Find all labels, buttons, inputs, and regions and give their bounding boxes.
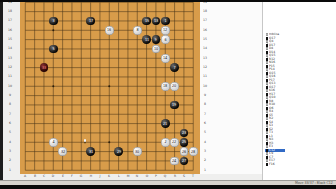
row-label-right: 3 (202, 150, 207, 153)
move-tree-panel[interactable]: mblicaQ17Q4D17D4D14Q15R12N16P15P14O15Q16… (262, 2, 336, 180)
col-label: J (97, 175, 102, 178)
row-label-right: 4 (202, 141, 207, 144)
row-label-right: 17 (202, 19, 207, 22)
black-stone-icon (266, 163, 269, 166)
star-point (52, 85, 54, 87)
stone-number: 20 (172, 85, 176, 88)
stone-number: 1 (164, 19, 166, 22)
row-label-left: 7 (7, 113, 12, 116)
stone-T3: 28 (189, 147, 198, 156)
stone-S4: 25 (180, 138, 189, 147)
stone-number: 32 (60, 150, 64, 153)
row-label-right: 5 (202, 131, 207, 134)
stone-number: 11 (144, 38, 148, 41)
stone-R4: 22 (170, 138, 179, 147)
row-label-left: 14 (7, 47, 12, 50)
stone-number: 8 (136, 29, 138, 32)
row-label-left: 2 (7, 159, 12, 162)
stone-D4: 4 (49, 138, 58, 147)
top-black-bar (0, 0, 336, 2)
row-label-left: 5 (7, 131, 12, 134)
stone-number: 5 (52, 47, 54, 50)
stone-number: 10 (154, 47, 158, 50)
col-label: H (88, 175, 93, 178)
star-point (52, 29, 54, 31)
stone-number: 3 (52, 19, 54, 22)
row-label-right: 15 (202, 38, 207, 41)
star-point (108, 141, 110, 143)
stone-L3: 29 (114, 147, 123, 156)
row-label-right: 1 (202, 169, 207, 172)
stone-number: 7 (173, 66, 175, 69)
stone-R2: 24 (170, 157, 179, 166)
stone-number: 25 (182, 141, 186, 144)
row-label-left: 16 (7, 29, 12, 32)
stone-number: 29 (116, 150, 120, 153)
row-label-right: 12 (202, 66, 207, 69)
row-label-right: 11 (202, 75, 207, 78)
stone-Q13: 14 (161, 54, 170, 63)
stone-number: 28 (191, 150, 195, 153)
stone-number: 26 (182, 150, 186, 153)
col-label: T (191, 175, 196, 178)
col-label: D (51, 175, 56, 178)
col-label: L (116, 175, 121, 178)
bottom-black-bar (0, 185, 336, 189)
stone-O15: 11 (142, 35, 151, 44)
stone-number: 13 (154, 19, 158, 22)
col-label: A (23, 175, 28, 178)
board-marker-dot (84, 139, 87, 142)
col-label: N (135, 175, 140, 178)
stone-number: 19 (172, 103, 176, 106)
col-label: G (79, 175, 84, 178)
stone-Q4: 2 (161, 138, 170, 147)
col-label: E (60, 175, 65, 178)
row-label-right: 8 (202, 103, 207, 106)
stone-R8: 19 (170, 101, 179, 110)
row-label-left: 18 (7, 10, 12, 13)
stone-D17: 3 (49, 17, 58, 26)
row-label-left: 8 (7, 103, 12, 106)
col-label: F (69, 175, 74, 178)
stone-Q6: 21 (161, 119, 170, 128)
row-label-right: 18 (202, 10, 207, 13)
row-label-left: 10 (7, 85, 12, 88)
stone-K16: 16 (105, 26, 114, 35)
stone-R10: 20 (170, 82, 179, 91)
col-label: P (153, 175, 158, 178)
move-row-content: F16 (265, 163, 284, 166)
col-label: B (32, 175, 37, 178)
col-label: S (181, 175, 186, 178)
stone-D14: 5 (49, 45, 58, 54)
stone-number: 24 (172, 159, 176, 162)
stone-Q10: 18 (161, 82, 170, 91)
row-label-right: 2 (202, 159, 207, 162)
stone-Q15: 6 (161, 35, 170, 44)
col-label: R (172, 175, 177, 178)
stone-number: 2 (164, 141, 166, 144)
row-label-left: 11 (7, 75, 12, 78)
col-label: C (41, 175, 46, 178)
window-left-edge (0, 2, 3, 180)
row-label-right: 10 (202, 85, 207, 88)
row-label-left: 13 (7, 57, 12, 60)
row-label-left: 4 (7, 141, 12, 144)
stone-number: 4 (52, 141, 54, 144)
stone-number: 12 (163, 29, 167, 32)
stone-number: 16 (107, 29, 111, 32)
stone-E3: 32 (58, 147, 67, 156)
row-label-left: 6 (7, 122, 12, 125)
row-label-left: 17 (7, 19, 12, 22)
stone-R12: 7 (170, 63, 179, 72)
move-row-label: F16 (269, 163, 275, 166)
row-label-right: 7 (202, 113, 207, 116)
stone-number: 14 (163, 57, 167, 60)
star-point (108, 85, 110, 87)
stone-number: 17 (88, 19, 92, 22)
row-label-right: 14 (202, 47, 207, 50)
col-label: M (125, 175, 130, 178)
stone-number: 30 (135, 150, 139, 153)
row-label-right: 13 (202, 57, 207, 60)
stone-number: 9 (155, 38, 157, 41)
stone-number: 6 (164, 38, 166, 41)
stone-number: 23 (182, 131, 186, 134)
stone-Q17: 1 (161, 17, 170, 26)
col-label: Q (163, 175, 168, 178)
right-coord-gutter (200, 2, 262, 180)
row-label-left: 15 (7, 38, 12, 41)
stone-N3: 30 (133, 147, 142, 156)
row-label-right: 9 (202, 94, 207, 97)
stone-number: 27 (182, 159, 186, 162)
stone-number: 31 (88, 150, 92, 153)
stone-number: 15 (144, 19, 148, 22)
move-row-37[interactable]: F16 (265, 163, 284, 167)
stone-number: 33 (42, 66, 46, 69)
row-label-left: 12 (7, 66, 12, 69)
row-label-right: 16 (202, 29, 207, 32)
app-window: 1919181817171616151514141313121211111010… (0, 0, 336, 189)
stone-Q16: 12 (161, 26, 170, 35)
row-label-left: 3 (7, 150, 12, 153)
row-label-left: 1 (7, 169, 12, 172)
stone-N16: 8 (133, 26, 142, 35)
row-label-left: 9 (7, 94, 12, 97)
row-label-right: 6 (202, 122, 207, 125)
col-label: K (107, 175, 112, 178)
col-label: O (144, 175, 149, 178)
stone-S3: 26 (180, 147, 189, 156)
stone-number: 18 (163, 85, 167, 88)
stone-H3: 31 (86, 147, 95, 156)
stone-number: 22 (172, 141, 176, 144)
stone-number: 21 (163, 122, 167, 125)
